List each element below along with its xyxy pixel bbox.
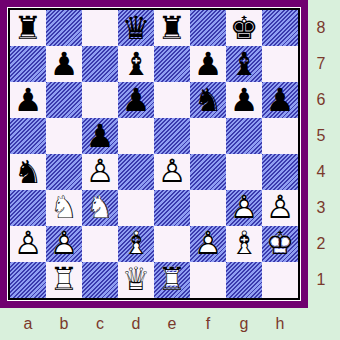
white-piece-outline: ♙ [226, 189, 262, 225]
square-f6[interactable]: ♞ [190, 82, 226, 118]
white-piece-outline: ♙ [190, 225, 226, 261]
rank-label-7: 7 [308, 46, 334, 82]
white-rook-b1[interactable]: ♜♖ [46, 262, 82, 298]
square-h3[interactable]: ♟♙ [262, 190, 298, 226]
square-f5[interactable] [190, 118, 226, 154]
square-c8[interactable] [82, 10, 118, 46]
square-b5[interactable] [46, 118, 82, 154]
square-e8[interactable]: ♜ [154, 10, 190, 46]
white-pawn-e4[interactable]: ♟♙ [154, 154, 190, 190]
square-f4[interactable] [190, 154, 226, 190]
chess-diagram: ♜♛♜♚♟♝♟♝♟♟♞♟♟♟♞♟♙♟♙♞♘♞♘♟♙♟♙♟♙♟♙♝♗♟♙♝♗♚♔♜… [0, 0, 340, 340]
square-e7[interactable] [154, 46, 190, 82]
square-c1[interactable] [82, 262, 118, 298]
black-king-g8[interactable]: ♚ [226, 10, 262, 46]
black-rook-e8[interactable]: ♜ [154, 10, 190, 46]
square-d8[interactable]: ♛ [118, 10, 154, 46]
square-c2[interactable] [82, 226, 118, 262]
square-d1[interactable]: ♛♕ [118, 262, 154, 298]
square-a3[interactable] [10, 190, 46, 226]
square-b4[interactable] [46, 154, 82, 190]
square-b7[interactable]: ♟ [46, 46, 82, 82]
square-b8[interactable] [46, 10, 82, 46]
square-h2[interactable]: ♚♔ [262, 226, 298, 262]
white-piece-outline: ♗ [226, 225, 262, 261]
square-e1[interactable]: ♜♖ [154, 262, 190, 298]
square-g4[interactable] [226, 154, 262, 190]
white-piece-outline: ♗ [118, 225, 154, 261]
square-c4[interactable]: ♟♙ [82, 154, 118, 190]
square-a7[interactable] [10, 46, 46, 82]
black-knight-f6[interactable]: ♞ [190, 82, 226, 118]
white-piece-outline: ♘ [82, 189, 118, 225]
black-knight-a4[interactable]: ♞ [10, 154, 46, 190]
rank-labels: 87654321 [308, 10, 334, 298]
white-piece-outline: ♙ [10, 225, 46, 261]
board: ♜♛♜♚♟♝♟♝♟♟♞♟♟♟♞♟♙♟♙♞♘♞♘♟♙♟♙♟♙♟♙♝♗♟♙♝♗♚♔♜… [10, 10, 298, 298]
white-pawn-g3[interactable]: ♟♙ [226, 190, 262, 226]
black-queen-d8[interactable]: ♛ [118, 10, 154, 46]
square-c7[interactable] [82, 46, 118, 82]
square-a8[interactable]: ♜ [10, 10, 46, 46]
square-d4[interactable] [118, 154, 154, 190]
square-g3[interactable]: ♟♙ [226, 190, 262, 226]
file-label-e: e [154, 310, 190, 337]
white-piece-outline: ♙ [82, 153, 118, 189]
rank-label-8: 8 [308, 10, 334, 46]
square-c6[interactable] [82, 82, 118, 118]
white-piece-outline: ♘ [46, 189, 82, 225]
white-king-h2[interactable]: ♚♔ [262, 226, 298, 262]
black-pawn-c5[interactable]: ♟ [82, 118, 118, 154]
square-g6[interactable]: ♟ [226, 82, 262, 118]
file-label-h: h [262, 310, 298, 337]
square-d7[interactable]: ♝ [118, 46, 154, 82]
white-piece-outline: ♕ [118, 261, 154, 297]
white-knight-b3[interactable]: ♞♘ [46, 190, 82, 226]
black-pawn-h6[interactable]: ♟ [262, 82, 298, 118]
square-h1[interactable] [262, 262, 298, 298]
rank-label-6: 6 [308, 82, 334, 118]
square-c3[interactable]: ♞♘ [82, 190, 118, 226]
white-piece-outline: ♖ [46, 261, 82, 297]
file-label-g: g [226, 310, 262, 337]
rank-label-3: 3 [308, 190, 334, 226]
square-a1[interactable] [10, 262, 46, 298]
black-pawn-g6[interactable]: ♟ [226, 82, 262, 118]
square-e5[interactable] [154, 118, 190, 154]
square-h6[interactable]: ♟ [262, 82, 298, 118]
square-b3[interactable]: ♞♘ [46, 190, 82, 226]
file-labels: abcdefgh [10, 310, 298, 337]
white-piece-outline: ♙ [46, 225, 82, 261]
white-queen-d1[interactable]: ♛♕ [118, 262, 154, 298]
black-bishop-g7[interactable]: ♝ [226, 46, 262, 82]
white-pawn-b2[interactable]: ♟♙ [46, 226, 82, 262]
square-d6[interactable]: ♟ [118, 82, 154, 118]
square-d5[interactable] [118, 118, 154, 154]
black-pawn-b7[interactable]: ♟ [46, 46, 82, 82]
square-h8[interactable] [262, 10, 298, 46]
white-rook-e1[interactable]: ♜♖ [154, 262, 190, 298]
square-b6[interactable] [46, 82, 82, 118]
white-bishop-g2[interactable]: ♝♗ [226, 226, 262, 262]
square-f7[interactable]: ♟ [190, 46, 226, 82]
black-rook-a8[interactable]: ♜ [10, 10, 46, 46]
black-bishop-d7[interactable]: ♝ [118, 46, 154, 82]
white-piece-outline: ♙ [262, 189, 298, 225]
square-f3[interactable] [190, 190, 226, 226]
square-d2[interactable]: ♝♗ [118, 226, 154, 262]
file-label-c: c [82, 310, 118, 337]
square-h5[interactable] [262, 118, 298, 154]
square-b1[interactable]: ♜♖ [46, 262, 82, 298]
white-pawn-a2[interactable]: ♟♙ [10, 226, 46, 262]
square-b2[interactable]: ♟♙ [46, 226, 82, 262]
square-f8[interactable] [190, 10, 226, 46]
square-f1[interactable] [190, 262, 226, 298]
white-piece-outline: ♙ [154, 153, 190, 189]
square-g2[interactable]: ♝♗ [226, 226, 262, 262]
black-pawn-f7[interactable]: ♟ [190, 46, 226, 82]
black-pawn-a6[interactable]: ♟ [10, 82, 46, 118]
square-g8[interactable]: ♚ [226, 10, 262, 46]
file-label-f: f [190, 310, 226, 337]
square-e2[interactable] [154, 226, 190, 262]
file-label-b: b [46, 310, 82, 337]
square-g1[interactable] [226, 262, 262, 298]
square-f2[interactable]: ♟♙ [190, 226, 226, 262]
white-bishop-d2[interactable]: ♝♗ [118, 226, 154, 262]
square-a2[interactable]: ♟♙ [10, 226, 46, 262]
square-a5[interactable] [10, 118, 46, 154]
square-d3[interactable] [118, 190, 154, 226]
square-g7[interactable]: ♝ [226, 46, 262, 82]
file-label-a: a [10, 310, 46, 337]
white-knight-c3[interactable]: ♞♘ [82, 190, 118, 226]
square-a6[interactable]: ♟ [10, 82, 46, 118]
square-g5[interactable] [226, 118, 262, 154]
black-pawn-d6[interactable]: ♟ [118, 82, 154, 118]
white-piece-outline: ♔ [262, 225, 298, 261]
square-h4[interactable] [262, 154, 298, 190]
white-pawn-f2[interactable]: ♟♙ [190, 226, 226, 262]
board-frame: ♜♛♜♚♟♝♟♝♟♟♞♟♟♟♞♟♙♟♙♞♘♞♘♟♙♟♙♟♙♟♙♝♗♟♙♝♗♚♔♜… [0, 0, 308, 308]
rank-label-2: 2 [308, 226, 334, 262]
file-label-d: d [118, 310, 154, 337]
square-a4[interactable]: ♞ [10, 154, 46, 190]
white-pawn-h3[interactable]: ♟♙ [262, 190, 298, 226]
white-pawn-c4[interactable]: ♟♙ [82, 154, 118, 190]
square-h7[interactable] [262, 46, 298, 82]
board-inner-border: ♜♛♜♚♟♝♟♝♟♟♞♟♟♟♞♟♙♟♙♞♘♞♘♟♙♟♙♟♙♟♙♝♗♟♙♝♗♚♔♜… [8, 8, 300, 300]
rank-label-1: 1 [308, 262, 334, 298]
square-e6[interactable] [154, 82, 190, 118]
square-c5[interactable]: ♟ [82, 118, 118, 154]
square-e3[interactable] [154, 190, 190, 226]
rank-label-5: 5 [308, 118, 334, 154]
rank-label-4: 4 [308, 154, 334, 190]
square-e4[interactable]: ♟♙ [154, 154, 190, 190]
white-piece-outline: ♖ [154, 261, 190, 297]
